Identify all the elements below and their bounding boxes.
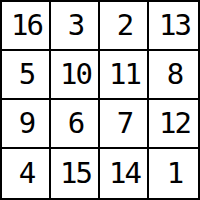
cell-r3c2: 6: [51, 100, 100, 149]
cell-r2c4: 8: [149, 51, 198, 100]
cell-r1c3: 2: [100, 2, 149, 51]
magic-square-board: 16 3 2 13 5 10 11 8 9 6 7 12 4 15 14 1: [0, 0, 200, 200]
cell-r3c3: 7: [100, 100, 149, 149]
cell-r4c1: 4: [2, 149, 51, 198]
cell-r3c4: 12: [149, 100, 198, 149]
cell-r2c2: 10: [51, 51, 100, 100]
cell-r3c1: 9: [2, 100, 51, 149]
cell-r2c3: 11: [100, 51, 149, 100]
cell-r4c4: 1: [149, 149, 198, 198]
cell-r1c1: 16: [2, 2, 51, 51]
cell-r1c2: 3: [51, 2, 100, 51]
cell-r4c3: 14: [100, 149, 149, 198]
cell-r2c1: 5: [2, 51, 51, 100]
cell-r1c4: 13: [149, 2, 198, 51]
cell-r4c2: 15: [51, 149, 100, 198]
